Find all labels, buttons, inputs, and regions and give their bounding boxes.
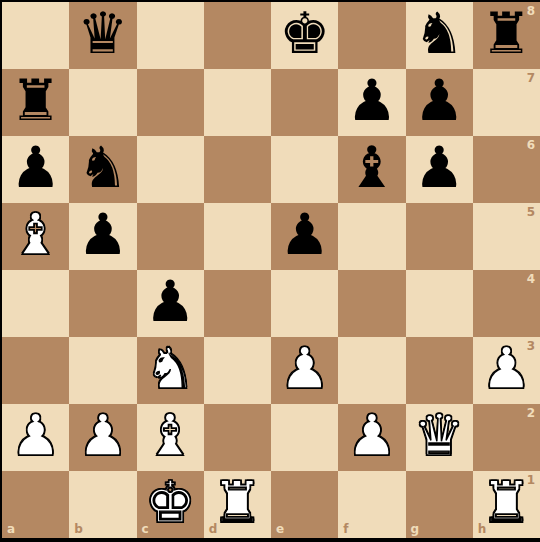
square-b2[interactable]: ♟	[69, 404, 136, 471]
square-a3[interactable]	[2, 337, 69, 404]
square-g5[interactable]	[406, 203, 473, 270]
board-frame: ♛♚♞♜8♜♟♟7♟♞♝♟6♝♟♟5♟4♞♟♟3♟♟♝♟♛2ab♚c♜defg♜…	[0, 0, 540, 542]
square-b1[interactable]: b	[69, 471, 136, 538]
square-g1[interactable]: g	[406, 471, 473, 538]
square-g4[interactable]	[406, 270, 473, 337]
square-d7[interactable]	[204, 69, 271, 136]
black-rook-a7[interactable]: ♜	[10, 72, 61, 129]
black-pawn-c4[interactable]: ♟	[145, 273, 196, 330]
square-h3[interactable]: ♟3	[473, 337, 540, 404]
file-label-e: e	[276, 523, 284, 535]
rank-label-7: 7	[527, 72, 535, 84]
white-bishop-a5[interactable]: ♝	[10, 206, 61, 263]
square-c4[interactable]: ♟	[137, 270, 204, 337]
file-label-g: g	[411, 523, 420, 535]
white-king-c1[interactable]: ♚	[145, 474, 196, 531]
file-label-d: d	[209, 523, 218, 535]
white-bishop-c2[interactable]: ♝	[145, 407, 196, 464]
black-rook-h8[interactable]: ♜	[481, 5, 532, 62]
square-g8[interactable]: ♞	[406, 2, 473, 69]
square-e4[interactable]	[271, 270, 338, 337]
square-b4[interactable]	[69, 270, 136, 337]
file-label-a: a	[7, 523, 15, 535]
black-king-e8[interactable]: ♚	[279, 5, 330, 62]
square-e5[interactable]: ♟	[271, 203, 338, 270]
square-f4[interactable]	[338, 270, 405, 337]
square-c6[interactable]	[137, 136, 204, 203]
black-pawn-b5[interactable]: ♟	[77, 206, 128, 263]
black-knight-g8[interactable]: ♞	[414, 5, 465, 62]
file-label-c: c	[142, 523, 149, 535]
square-f6[interactable]: ♝	[338, 136, 405, 203]
square-e6[interactable]	[271, 136, 338, 203]
black-pawn-e5[interactable]: ♟	[279, 206, 330, 263]
square-b7[interactable]	[69, 69, 136, 136]
file-label-f: f	[343, 523, 348, 535]
square-c7[interactable]	[137, 69, 204, 136]
square-a5[interactable]: ♝	[2, 203, 69, 270]
file-label-h: h	[478, 523, 487, 535]
rank-label-4: 4	[527, 273, 535, 285]
black-knight-b6[interactable]: ♞	[77, 139, 128, 196]
square-d3[interactable]	[204, 337, 271, 404]
square-h1[interactable]: ♜1h	[473, 471, 540, 538]
rank-label-8: 8	[527, 5, 535, 17]
white-pawn-b2[interactable]: ♟	[77, 407, 128, 464]
rank-label-6: 6	[527, 139, 535, 151]
square-f2[interactable]: ♟	[338, 404, 405, 471]
square-d8[interactable]	[204, 2, 271, 69]
square-b5[interactable]: ♟	[69, 203, 136, 270]
square-a2[interactable]: ♟	[2, 404, 69, 471]
square-h4[interactable]: 4	[473, 270, 540, 337]
square-f8[interactable]	[338, 2, 405, 69]
white-rook-h1[interactable]: ♜	[481, 474, 532, 531]
square-a1[interactable]: a	[2, 471, 69, 538]
square-b6[interactable]: ♞	[69, 136, 136, 203]
square-a7[interactable]: ♜	[2, 69, 69, 136]
square-h5[interactable]: 5	[473, 203, 540, 270]
square-e1[interactable]: e	[271, 471, 338, 538]
rank-label-3: 3	[527, 340, 535, 352]
white-rook-d1[interactable]: ♜	[212, 474, 263, 531]
square-d6[interactable]	[204, 136, 271, 203]
square-f7[interactable]: ♟	[338, 69, 405, 136]
square-a4[interactable]	[2, 270, 69, 337]
square-e2[interactable]	[271, 404, 338, 471]
square-h2[interactable]: 2	[473, 404, 540, 471]
square-f5[interactable]	[338, 203, 405, 270]
file-label-b: b	[74, 523, 83, 535]
white-pawn-a2[interactable]: ♟	[10, 407, 61, 464]
square-h8[interactable]: ♜8	[473, 2, 540, 69]
square-g6[interactable]: ♟	[406, 136, 473, 203]
square-h6[interactable]: 6	[473, 136, 540, 203]
black-bishop-f6[interactable]: ♝	[346, 139, 397, 196]
square-a8[interactable]	[2, 2, 69, 69]
square-d4[interactable]	[204, 270, 271, 337]
white-queen-g2[interactable]: ♛	[414, 407, 465, 464]
square-c8[interactable]	[137, 2, 204, 69]
black-pawn-f7[interactable]: ♟	[346, 72, 397, 129]
white-pawn-h3[interactable]: ♟	[481, 340, 532, 397]
chess-board: ♛♚♞♜8♜♟♟7♟♞♝♟6♝♟♟5♟4♞♟♟3♟♟♝♟♛2ab♚c♜defg♜…	[2, 2, 540, 538]
white-pawn-e3[interactable]: ♟	[279, 340, 330, 397]
white-knight-c3[interactable]: ♞	[145, 340, 196, 397]
square-f1[interactable]: f	[338, 471, 405, 538]
square-h7[interactable]: 7	[473, 69, 540, 136]
square-b3[interactable]	[69, 337, 136, 404]
square-c3[interactable]: ♞	[137, 337, 204, 404]
square-e3[interactable]: ♟	[271, 337, 338, 404]
black-pawn-a6[interactable]: ♟	[10, 139, 61, 196]
square-d1[interactable]: ♜d	[204, 471, 271, 538]
black-pawn-g6[interactable]: ♟	[414, 139, 465, 196]
square-g3[interactable]	[406, 337, 473, 404]
rank-label-5: 5	[527, 206, 535, 218]
black-pawn-g7[interactable]: ♟	[414, 72, 465, 129]
black-queen-b8[interactable]: ♛	[77, 5, 128, 62]
square-a6[interactable]: ♟	[2, 136, 69, 203]
square-g2[interactable]: ♛	[406, 404, 473, 471]
rank-label-2: 2	[527, 407, 535, 419]
square-e8[interactable]: ♚	[271, 2, 338, 69]
square-c1[interactable]: ♚c	[137, 471, 204, 538]
square-f3[interactable]	[338, 337, 405, 404]
square-d5[interactable]	[204, 203, 271, 270]
square-c5[interactable]	[137, 203, 204, 270]
square-b8[interactable]: ♛	[69, 2, 136, 69]
square-e7[interactable]	[271, 69, 338, 136]
square-g7[interactable]: ♟	[406, 69, 473, 136]
rank-label-1: 1	[527, 474, 535, 486]
square-c2[interactable]: ♝	[137, 404, 204, 471]
white-pawn-f2[interactable]: ♟	[346, 407, 397, 464]
square-d2[interactable]	[204, 404, 271, 471]
